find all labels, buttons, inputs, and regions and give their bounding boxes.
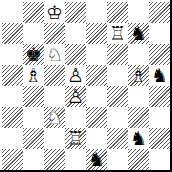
square-h8[interactable] [149, 2, 170, 23]
square-a2[interactable] [2, 128, 23, 149]
white-king: ♔ [44, 2, 65, 23]
square-e1[interactable]: ♞ [86, 149, 107, 170]
square-d6[interactable] [65, 44, 86, 65]
white-knight: ♘ [44, 44, 65, 65]
square-f2[interactable] [107, 128, 128, 149]
square-d5[interactable]: ♟♙ [65, 65, 86, 86]
square-h1[interactable] [149, 149, 170, 170]
black-king: ♚ [23, 44, 44, 65]
square-e7[interactable] [86, 23, 107, 44]
square-a3[interactable] [2, 107, 23, 128]
square-e2[interactable] [86, 128, 107, 149]
square-c1[interactable] [44, 149, 65, 170]
white-pawn-fill: ♟ [65, 65, 86, 86]
square-d2[interactable]: ♜♖ [65, 128, 86, 149]
white-pawn: ♙ [65, 86, 86, 107]
square-f7[interactable]: ♜♖ [107, 23, 128, 44]
square-f8[interactable] [107, 2, 128, 23]
square-b2[interactable] [23, 128, 44, 149]
square-g6[interactable] [128, 44, 149, 65]
square-e5[interactable] [86, 65, 107, 86]
square-h5[interactable]: ♞ [149, 65, 170, 86]
black-knight: ♞ [128, 128, 149, 149]
square-f1[interactable] [107, 149, 128, 170]
square-g3[interactable] [128, 107, 149, 128]
square-d4[interactable]: ♟♙ [65, 86, 86, 107]
square-g1[interactable] [128, 149, 149, 170]
square-c6[interactable]: ♞♘ [44, 44, 65, 65]
square-e6[interactable] [86, 44, 107, 65]
square-f3[interactable] [107, 107, 128, 128]
black-knight: ♞ [86, 149, 107, 170]
square-b8[interactable] [23, 2, 44, 23]
square-a8[interactable] [2, 2, 23, 23]
square-h6[interactable] [149, 44, 170, 65]
square-f6[interactable] [107, 44, 128, 65]
white-king-fill: ♚ [44, 2, 65, 23]
square-b1[interactable] [23, 149, 44, 170]
white-knight-fill: ♞ [44, 107, 65, 128]
white-rook-fill: ♜ [107, 23, 128, 44]
white-knight-fill: ♞ [44, 44, 65, 65]
square-b4[interactable] [23, 86, 44, 107]
square-e3[interactable] [86, 107, 107, 128]
square-d1[interactable] [65, 149, 86, 170]
black-knight: ♞ [149, 65, 170, 86]
square-h4[interactable] [149, 86, 170, 107]
black-knight: ♞ [128, 23, 149, 44]
white-bishop: ♗ [128, 65, 149, 86]
chess-board: ♚♔♜♖♞♚♞♘♝♗♟♙♝♗♞♟♙♞♘♜♖♞♞ [2, 2, 170, 170]
square-g5[interactable]: ♝♗ [128, 65, 149, 86]
square-h3[interactable] [149, 107, 170, 128]
square-g4[interactable] [128, 86, 149, 107]
white-rook-fill: ♜ [65, 128, 86, 149]
square-h7[interactable] [149, 23, 170, 44]
white-rook: ♖ [65, 128, 86, 149]
square-c3[interactable]: ♞♘ [44, 107, 65, 128]
square-a7[interactable] [2, 23, 23, 44]
white-bishop-fill: ♝ [23, 65, 44, 86]
square-c7[interactable] [44, 23, 65, 44]
square-c2[interactable] [44, 128, 65, 149]
square-e4[interactable] [86, 86, 107, 107]
square-g2[interactable]: ♞ [128, 128, 149, 149]
square-b3[interactable] [23, 107, 44, 128]
square-c4[interactable] [44, 86, 65, 107]
square-d7[interactable] [65, 23, 86, 44]
square-c5[interactable] [44, 65, 65, 86]
square-a5[interactable] [2, 65, 23, 86]
square-h2[interactable] [149, 128, 170, 149]
square-e8[interactable] [86, 2, 107, 23]
white-rook: ♖ [107, 23, 128, 44]
square-a4[interactable] [2, 86, 23, 107]
white-pawn-fill: ♟ [65, 86, 86, 107]
square-b5[interactable]: ♝♗ [23, 65, 44, 86]
square-d8[interactable] [65, 2, 86, 23]
chess-diagram: ♚♔♜♖♞♚♞♘♝♗♟♙♝♗♞♟♙♞♘♜♖♞♞ [0, 0, 172, 172]
square-f5[interactable] [107, 65, 128, 86]
square-a1[interactable] [2, 149, 23, 170]
white-bishop: ♗ [23, 65, 44, 86]
square-g7[interactable]: ♞ [128, 23, 149, 44]
square-a6[interactable] [2, 44, 23, 65]
white-bishop-fill: ♝ [128, 65, 149, 86]
square-d3[interactable] [65, 107, 86, 128]
square-b7[interactable] [23, 23, 44, 44]
square-f4[interactable] [107, 86, 128, 107]
white-pawn: ♙ [65, 65, 86, 86]
square-g8[interactable] [128, 2, 149, 23]
square-c8[interactable]: ♚♔ [44, 2, 65, 23]
white-knight: ♘ [44, 107, 65, 128]
square-b6[interactable]: ♚ [23, 44, 44, 65]
